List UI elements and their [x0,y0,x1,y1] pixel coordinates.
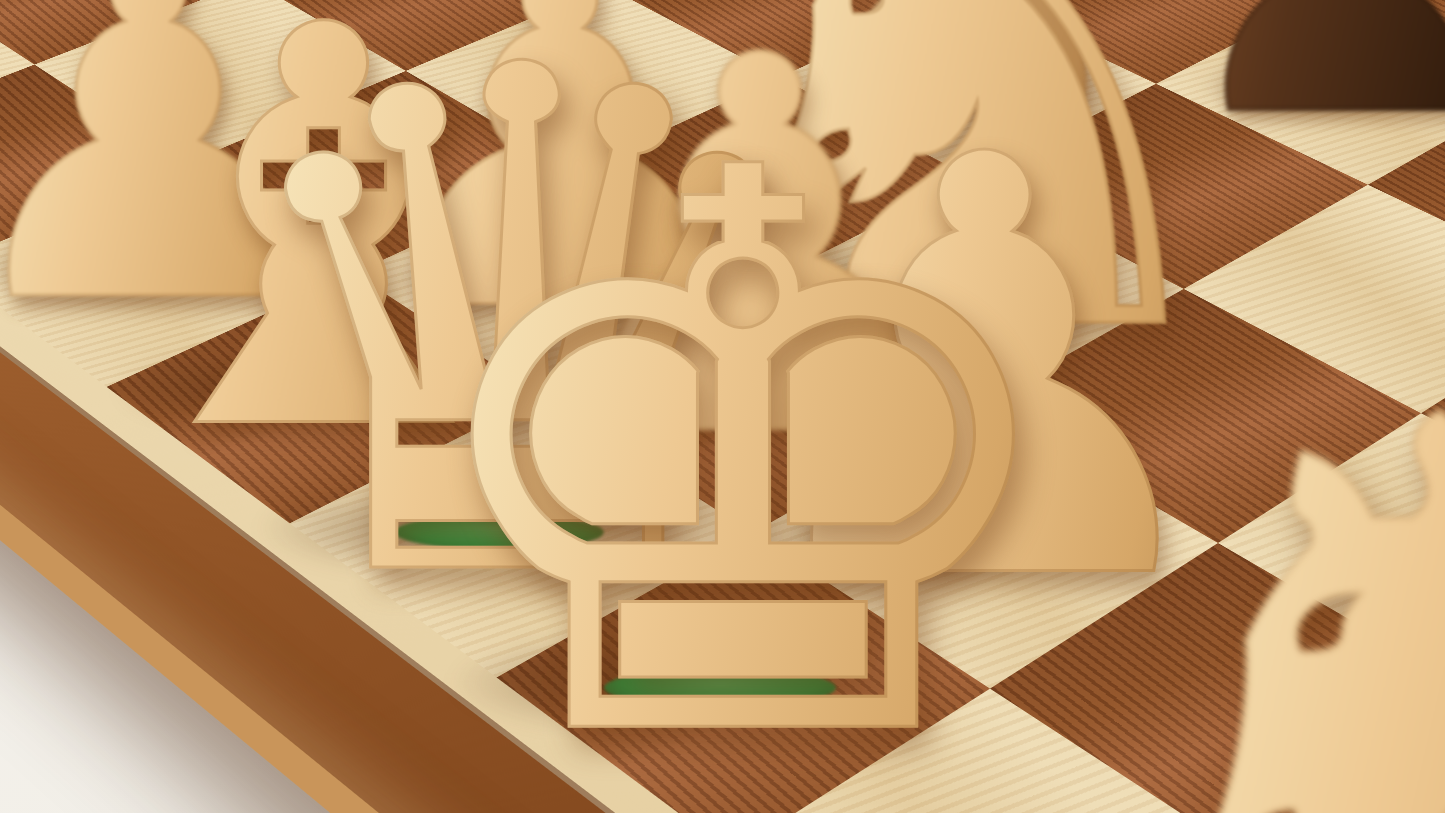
white-knight: ♞ [1060,305,1445,813]
white-king-glyph: ♚ [396,8,1089,813]
photo-stage: ♟♝♛♚♟♟♟♞♟♟♞ [0,0,1445,813]
pieces-layer: ♟♝♛♚♟♟♟♞♟♟♞ [0,0,1445,813]
white-king: ♚ [396,72,1089,813]
white-knight-glyph: ♞ [1060,230,1445,813]
